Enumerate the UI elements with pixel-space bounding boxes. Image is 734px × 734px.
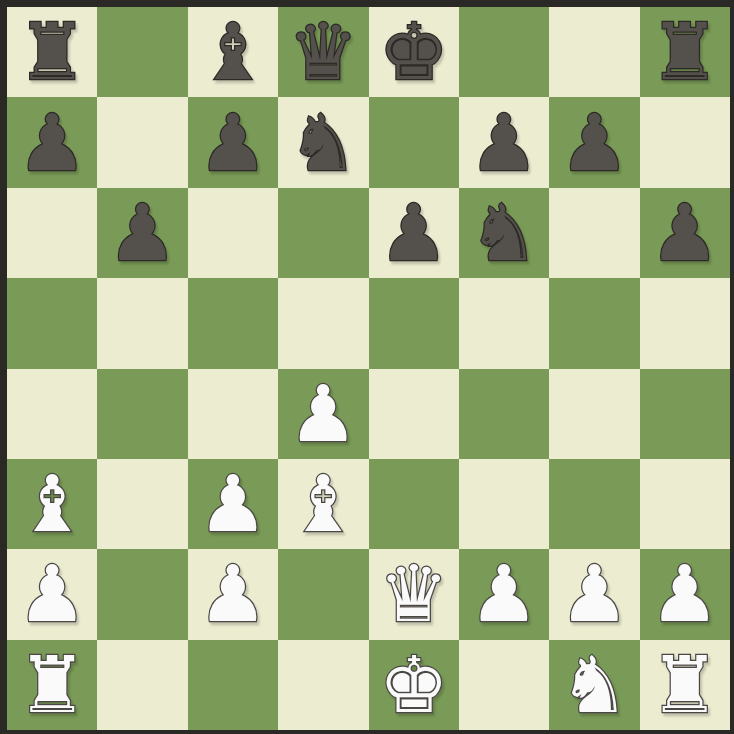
square-g7[interactable]: ♟ bbox=[549, 97, 639, 187]
square-f5[interactable] bbox=[459, 278, 549, 368]
square-a8[interactable]: ♜ bbox=[7, 7, 97, 97]
piece-black-king[interactable]: ♚ bbox=[379, 13, 449, 91]
square-b3[interactable] bbox=[97, 459, 187, 549]
square-d2[interactable] bbox=[278, 549, 368, 639]
square-f4[interactable] bbox=[459, 369, 549, 459]
square-f3[interactable] bbox=[459, 459, 549, 549]
square-d5[interactable] bbox=[278, 278, 368, 368]
piece-white-rook[interactable]: ♜ bbox=[650, 646, 720, 724]
square-b4[interactable] bbox=[97, 369, 187, 459]
square-e1[interactable]: ♚ bbox=[369, 640, 459, 730]
piece-black-pawn[interactable]: ♟ bbox=[469, 104, 539, 182]
square-e3[interactable] bbox=[369, 459, 459, 549]
piece-white-pawn[interactable]: ♟ bbox=[469, 555, 539, 633]
square-b1[interactable] bbox=[97, 640, 187, 730]
square-a4[interactable] bbox=[7, 369, 97, 459]
square-g8[interactable] bbox=[549, 7, 639, 97]
piece-black-rook[interactable]: ♜ bbox=[17, 13, 87, 91]
piece-white-queen[interactable]: ♛ bbox=[379, 555, 449, 633]
square-d6[interactable] bbox=[278, 188, 368, 278]
square-a1[interactable]: ♜ bbox=[7, 640, 97, 730]
square-a6[interactable] bbox=[7, 188, 97, 278]
square-c5[interactable] bbox=[188, 278, 278, 368]
piece-white-rook[interactable]: ♜ bbox=[17, 646, 87, 724]
square-f6[interactable]: ♞ bbox=[459, 188, 549, 278]
square-f2[interactable]: ♟ bbox=[459, 549, 549, 639]
square-a7[interactable]: ♟ bbox=[7, 97, 97, 187]
piece-black-pawn[interactable]: ♟ bbox=[17, 104, 87, 182]
square-b5[interactable] bbox=[97, 278, 187, 368]
square-h7[interactable] bbox=[640, 97, 730, 187]
square-g6[interactable] bbox=[549, 188, 639, 278]
piece-black-knight[interactable]: ♞ bbox=[288, 104, 358, 182]
square-h4[interactable] bbox=[640, 369, 730, 459]
square-c3[interactable]: ♟ bbox=[188, 459, 278, 549]
piece-black-bishop[interactable]: ♝ bbox=[198, 13, 268, 91]
piece-black-pawn[interactable]: ♟ bbox=[379, 194, 449, 272]
square-e2[interactable]: ♛ bbox=[369, 549, 459, 639]
square-a3[interactable]: ♝ bbox=[7, 459, 97, 549]
square-a2[interactable]: ♟ bbox=[7, 549, 97, 639]
piece-black-rook[interactable]: ♜ bbox=[650, 13, 720, 91]
square-h3[interactable] bbox=[640, 459, 730, 549]
chessboard: ♜♝♛♚♜♟♟♞♟♟♟♟♞♟♟♝♟♝♟♟♛♟♟♟♜♚♞♜ bbox=[7, 7, 730, 730]
piece-black-queen[interactable]: ♛ bbox=[288, 13, 358, 91]
piece-white-knight[interactable]: ♞ bbox=[559, 646, 629, 724]
square-b2[interactable] bbox=[97, 549, 187, 639]
square-b7[interactable] bbox=[97, 97, 187, 187]
square-d1[interactable] bbox=[278, 640, 368, 730]
piece-white-pawn[interactable]: ♟ bbox=[198, 555, 268, 633]
square-e8[interactable]: ♚ bbox=[369, 7, 459, 97]
square-h5[interactable] bbox=[640, 278, 730, 368]
square-f7[interactable]: ♟ bbox=[459, 97, 549, 187]
square-h8[interactable]: ♜ bbox=[640, 7, 730, 97]
square-c4[interactable] bbox=[188, 369, 278, 459]
square-g2[interactable]: ♟ bbox=[549, 549, 639, 639]
piece-black-pawn[interactable]: ♟ bbox=[108, 194, 178, 272]
piece-black-knight[interactable]: ♞ bbox=[469, 194, 539, 272]
piece-white-pawn[interactable]: ♟ bbox=[288, 375, 358, 453]
piece-white-bishop[interactable]: ♝ bbox=[288, 465, 358, 543]
piece-white-bishop[interactable]: ♝ bbox=[17, 465, 87, 543]
square-g3[interactable] bbox=[549, 459, 639, 549]
square-b6[interactable]: ♟ bbox=[97, 188, 187, 278]
piece-white-pawn[interactable]: ♟ bbox=[17, 555, 87, 633]
square-e5[interactable] bbox=[369, 278, 459, 368]
square-e6[interactable]: ♟ bbox=[369, 188, 459, 278]
square-e4[interactable] bbox=[369, 369, 459, 459]
piece-white-pawn[interactable]: ♟ bbox=[559, 555, 629, 633]
square-d3[interactable]: ♝ bbox=[278, 459, 368, 549]
square-d7[interactable]: ♞ bbox=[278, 97, 368, 187]
square-c8[interactable]: ♝ bbox=[188, 7, 278, 97]
square-h1[interactable]: ♜ bbox=[640, 640, 730, 730]
square-d8[interactable]: ♛ bbox=[278, 7, 368, 97]
square-f8[interactable] bbox=[459, 7, 549, 97]
square-c1[interactable] bbox=[188, 640, 278, 730]
square-e7[interactable] bbox=[369, 97, 459, 187]
piece-white-pawn[interactable]: ♟ bbox=[650, 555, 720, 633]
square-c6[interactable] bbox=[188, 188, 278, 278]
piece-black-pawn[interactable]: ♟ bbox=[650, 194, 720, 272]
square-d4[interactable]: ♟ bbox=[278, 369, 368, 459]
piece-white-king[interactable]: ♚ bbox=[379, 646, 449, 724]
square-g5[interactable] bbox=[549, 278, 639, 368]
square-g4[interactable] bbox=[549, 369, 639, 459]
square-c7[interactable]: ♟ bbox=[188, 97, 278, 187]
square-h6[interactable]: ♟ bbox=[640, 188, 730, 278]
square-g1[interactable]: ♞ bbox=[549, 640, 639, 730]
square-f1[interactable] bbox=[459, 640, 549, 730]
square-c2[interactable]: ♟ bbox=[188, 549, 278, 639]
piece-black-pawn[interactable]: ♟ bbox=[559, 104, 629, 182]
square-a5[interactable] bbox=[7, 278, 97, 368]
square-b8[interactable] bbox=[97, 7, 187, 97]
piece-white-pawn[interactable]: ♟ bbox=[198, 465, 268, 543]
square-h2[interactable]: ♟ bbox=[640, 549, 730, 639]
piece-black-pawn[interactable]: ♟ bbox=[198, 104, 268, 182]
